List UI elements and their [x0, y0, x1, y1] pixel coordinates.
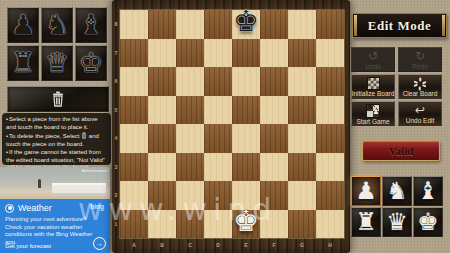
- black-pawn-glyph: ♟: [11, 10, 35, 40]
- square-d2[interactable]: [204, 181, 232, 210]
- square-b1[interactable]: [148, 210, 176, 239]
- instruction-bullet: •: [6, 149, 8, 155]
- square-e5[interactable]: [232, 96, 260, 125]
- white-knight-glyph: ♞: [386, 178, 408, 204]
- file-label-a: A: [131, 243, 137, 249]
- square-b6[interactable]: [148, 67, 176, 96]
- white-queen-glyph: ♛: [386, 209, 408, 235]
- palette-white-bishop-button[interactable]: ♝: [413, 176, 443, 206]
- undo-edit-icon: ↩: [415, 104, 425, 117]
- white-rook-glyph: ♜: [355, 209, 377, 235]
- validity-status-label: Valid: [389, 145, 414, 157]
- edit-buttons-grid: ↺Undo↻RedoInitialize BoardClear Board♞♟S…: [351, 47, 442, 126]
- square-h1[interactable]: [316, 210, 344, 239]
- white-pawn-glyph: ♟: [355, 178, 377, 204]
- square-h6[interactable]: [316, 67, 344, 96]
- redo-icon: ↻: [415, 50, 425, 63]
- beach-structure: [52, 183, 106, 196]
- palette-white-rook-button[interactable]: ♜: [351, 207, 381, 237]
- square-g8[interactable]: [288, 10, 316, 39]
- square-e4[interactable]: [232, 124, 260, 153]
- square-c2[interactable]: [176, 181, 204, 210]
- edit-mode-title: Edit Mode: [368, 18, 431, 34]
- square-d6[interactable]: [204, 67, 232, 96]
- black-rook-glyph: ♜: [11, 48, 35, 78]
- weather-ad-text: Planning your next adventure? Check your…: [5, 216, 105, 246]
- square-g7[interactable]: [288, 39, 316, 68]
- square-h8[interactable]: [316, 10, 344, 39]
- trash-button[interactable]: [7, 86, 109, 112]
- square-b3[interactable]: [148, 153, 176, 182]
- square-a1[interactable]: [120, 210, 148, 239]
- weather-app-name: Weather: [18, 203, 52, 213]
- square-f3[interactable]: [260, 153, 288, 182]
- instruction-bullet: •: [6, 133, 8, 139]
- white-piece-palette: ♟♞♝♜♛♚: [351, 176, 443, 237]
- square-b2[interactable]: [148, 181, 176, 210]
- palette-black-rook-button[interactable]: ♜: [7, 45, 39, 81]
- edit-mode-title-box: Edit Mode: [352, 13, 447, 38]
- square-b7[interactable]: [148, 39, 176, 68]
- square-c4[interactable]: [176, 124, 204, 153]
- file-label-f: F: [271, 243, 277, 249]
- trash-icon: [51, 91, 65, 107]
- square-d7[interactable]: [204, 39, 232, 68]
- white-bishop-glyph: ♝: [417, 178, 439, 204]
- get-forecast-link[interactable]: Get your forecast: [5, 243, 51, 249]
- square-e6[interactable]: [232, 67, 260, 96]
- square-d1[interactable]: [204, 210, 232, 239]
- person-silhouette: [38, 179, 41, 188]
- rank-label-3: 3: [114, 164, 119, 170]
- square-b8[interactable]: [148, 10, 176, 39]
- file-label-h: H: [327, 243, 333, 249]
- square-g1[interactable]: [288, 210, 316, 239]
- square-g6[interactable]: [288, 67, 316, 96]
- square-f4[interactable]: [260, 124, 288, 153]
- square-h4[interactable]: [316, 124, 344, 153]
- file-label-g: G: [299, 243, 305, 249]
- square-f1[interactable]: [260, 210, 288, 239]
- black-queen-glyph: ♛: [45, 48, 69, 78]
- weather-ad-photo: Advertisement: [0, 167, 110, 199]
- instruction-item: •Select a piece from the list above and …: [6, 116, 108, 131]
- bing-logo: bing: [90, 203, 104, 210]
- black-piece-palette: ♟♞♝♜♛♚: [7, 7, 107, 81]
- square-d5[interactable]: [204, 96, 232, 125]
- square-h2[interactable]: [316, 181, 344, 210]
- square-g3[interactable]: [288, 153, 316, 182]
- square-d8[interactable]: [204, 10, 232, 39]
- clear-board-icon: [414, 77, 427, 90]
- advertisement-label: Advertisement: [81, 168, 108, 172]
- square-b4[interactable]: [148, 124, 176, 153]
- square-h7[interactable]: [316, 39, 344, 68]
- file-label-d: D: [215, 243, 221, 249]
- instruction-text: To delete the piece, Select: [9, 133, 81, 139]
- rank-label-6: 6: [114, 79, 119, 85]
- instructions-panel: •Select a piece from the list above and …: [2, 113, 111, 165]
- start-game-button-label: Start Game: [356, 118, 389, 125]
- square-c1[interactable]: [176, 210, 204, 239]
- undo-edit-button[interactable]: ↩Undo Edit: [398, 101, 442, 126]
- palette-black-bishop-button[interactable]: ♝: [75, 7, 107, 43]
- rank-label-2: 2: [114, 193, 119, 199]
- rank-label-4: 4: [114, 136, 119, 142]
- clear-board-button[interactable]: Clear Board: [398, 74, 442, 99]
- chess-board: ♚♚: [120, 10, 344, 238]
- square-h5[interactable]: [316, 96, 344, 125]
- square-a7[interactable]: [120, 39, 148, 68]
- black-knight-glyph: ♞: [45, 10, 69, 40]
- palette-white-knight-button[interactable]: ♞: [382, 176, 412, 206]
- file-label-b: B: [159, 243, 165, 249]
- square-d3[interactable]: [204, 153, 232, 182]
- square-a8[interactable]: [120, 10, 148, 39]
- square-d4[interactable]: [204, 124, 232, 153]
- square-g5[interactable]: [288, 96, 316, 125]
- chess-app-window: ♟♞♝♜♛♚ •Select a piece from the list abo…: [0, 0, 450, 253]
- palette-black-queen-button[interactable]: ♛: [41, 45, 73, 81]
- weather-ad-card[interactable]: Advertisement Weather bing Planning your…: [0, 167, 110, 253]
- square-c7[interactable]: [176, 39, 204, 68]
- palette-black-king-button[interactable]: ♚: [75, 45, 107, 81]
- square-a3[interactable]: [120, 153, 148, 182]
- square-c6[interactable]: [176, 67, 204, 96]
- palette-white-pawn-button[interactable]: ♟: [351, 176, 381, 206]
- start-game-button[interactable]: ♞♟Start Game: [351, 101, 395, 126]
- square-f2[interactable]: [260, 181, 288, 210]
- palette-white-king-button[interactable]: ♚: [413, 207, 443, 237]
- palette-white-queen-button[interactable]: ♛: [382, 207, 412, 237]
- weather-app-icon: [5, 204, 14, 213]
- undo-button-label: Undo: [365, 63, 381, 70]
- file-label-c: C: [187, 243, 193, 249]
- square-c8[interactable]: [176, 10, 204, 39]
- piece-black-king[interactable]: ♚: [232, 7, 260, 35]
- rank-label-7: 7: [114, 50, 119, 56]
- square-a2[interactable]: [120, 181, 148, 210]
- weather-ad-body: Weather bing Planning your next adventur…: [0, 199, 110, 253]
- square-a6[interactable]: [120, 67, 148, 96]
- square-e3[interactable]: [232, 153, 260, 182]
- clear-board-button-label: Clear Board: [403, 90, 438, 97]
- square-c5[interactable]: [176, 96, 204, 125]
- square-e7[interactable]: [232, 39, 260, 68]
- square-a5[interactable]: [120, 96, 148, 125]
- instruction-item: •To delete the piece, Select and touch t…: [6, 132, 108, 148]
- square-b5[interactable]: [148, 96, 176, 125]
- redo-button[interactable]: ↻Redo: [398, 47, 442, 72]
- black-bishop-glyph: ♝: [79, 10, 103, 40]
- square-f7[interactable]: [260, 39, 288, 68]
- validity-status-badge: Valid: [362, 140, 440, 161]
- undo-icon: ↺: [368, 50, 378, 63]
- instruction-text: Select a piece from the list above and t…: [6, 116, 98, 130]
- instruction-bullet: •: [6, 116, 8, 122]
- forecast-arrow-button[interactable]: →: [93, 237, 106, 250]
- square-g4[interactable]: [288, 124, 316, 153]
- square-c3[interactable]: [176, 153, 204, 182]
- initialize-board-icon: [367, 77, 380, 90]
- board-frame: ♚♚ 87654321 ABCDEFGH: [112, 0, 350, 253]
- undo-edit-button-label: Undo Edit: [406, 117, 435, 124]
- initialize-board-button[interactable]: Initialize Board: [351, 74, 395, 99]
- rank-label-1: 1: [114, 221, 119, 227]
- rank-label-8: 8: [114, 22, 119, 28]
- rank-label-5: 5: [114, 107, 119, 113]
- undo-button[interactable]: ↺Undo: [351, 47, 395, 72]
- square-h3[interactable]: [316, 153, 344, 182]
- white-king-glyph: ♚: [417, 209, 439, 235]
- palette-black-pawn-button[interactable]: ♟: [7, 7, 39, 43]
- square-g2[interactable]: [288, 181, 316, 210]
- square-f8[interactable]: [260, 10, 288, 39]
- piece-white-king[interactable]: ♚: [232, 207, 260, 235]
- black-king-glyph: ♚: [79, 48, 103, 78]
- square-f5[interactable]: [260, 96, 288, 125]
- initialize-board-button-label: Initialize Board: [352, 90, 395, 97]
- redo-button-label: Redo: [412, 63, 428, 70]
- start-game-icon: ♞♟: [366, 104, 380, 118]
- square-f6[interactable]: [260, 67, 288, 96]
- file-label-e: E: [243, 243, 249, 249]
- palette-black-knight-button[interactable]: ♞: [41, 7, 73, 43]
- square-a4[interactable]: [120, 124, 148, 153]
